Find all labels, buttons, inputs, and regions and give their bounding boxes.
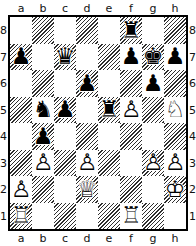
- square-e7: [98, 44, 120, 71]
- square-f6: [120, 70, 142, 97]
- chess-board: ♜♟♛♟♚♟♟♟♞♟♜♟♙♞♘♟♟♙♟♙♟♙♟♙♟♙♛♕♚♔♜♖♜♖: [8, 17, 188, 229]
- square-g8: [142, 17, 164, 44]
- black-king-g7: ♚: [142, 44, 164, 71]
- square-d1: [76, 203, 98, 230]
- square-b5: ♞: [32, 97, 54, 124]
- rank-label-3: 3: [0, 150, 8, 177]
- square-c4: [54, 123, 76, 150]
- square-b6: [32, 70, 54, 97]
- file-labels-bottom: a b c d e f g h: [10, 232, 186, 246]
- square-d2: ♛♕: [76, 176, 98, 203]
- square-f2: [120, 176, 142, 203]
- black-pawn-d6: ♟: [76, 70, 98, 97]
- square-h4: [164, 123, 186, 150]
- file-label-a: a: [10, 232, 32, 245]
- square-h6: [164, 70, 186, 97]
- rank-label-2: 2: [0, 177, 8, 204]
- black-pawn-f7: ♟: [120, 44, 142, 71]
- white-pawn-g3: ♟♙: [142, 150, 164, 177]
- rank-label-6: 6: [0, 71, 8, 98]
- square-a7: ♟: [10, 44, 32, 71]
- square-d7: [76, 44, 98, 71]
- square-d4: [76, 123, 98, 150]
- rank-label-8: 8: [188, 18, 196, 45]
- rank-label-8: 8: [0, 18, 8, 45]
- square-g3: ♟♙: [142, 150, 164, 177]
- black-pawn-b4: ♟: [32, 123, 54, 150]
- white-pawn-b3: ♟♙: [32, 150, 54, 177]
- file-label-g: g: [142, 2, 164, 15]
- square-b7: [32, 44, 54, 71]
- file-label-c: c: [54, 2, 76, 15]
- square-e6: [98, 70, 120, 97]
- square-g6: ♟: [142, 70, 164, 97]
- black-pawn-c5: ♟: [54, 97, 76, 124]
- black-rook-e5: ♜: [98, 97, 120, 124]
- file-label-b: b: [32, 2, 54, 15]
- file-label-d: d: [76, 232, 98, 245]
- rank-labels-left: 8 7 6 5 4 3 2 1: [0, 15, 8, 232]
- file-label-g: g: [142, 232, 164, 245]
- file-label-d: d: [76, 2, 98, 15]
- square-g1: [142, 203, 164, 230]
- square-c3: [54, 150, 76, 177]
- square-g7: ♚: [142, 44, 164, 71]
- file-label-b: b: [32, 232, 54, 245]
- square-a5: [10, 97, 32, 124]
- chess-diagram: a b c d e f g h 8 7 6 5 4 3 2 1 ♜♟♛♟♚♟♟♟…: [0, 0, 196, 246]
- rank-label-5: 5: [188, 97, 196, 124]
- rank-label-1: 1: [188, 203, 196, 230]
- white-knight-h5: ♞♘: [164, 97, 186, 124]
- white-pawn-a2: ♟♙: [10, 176, 32, 203]
- rank-label-7: 7: [0, 44, 8, 71]
- square-c8: [54, 17, 76, 44]
- square-h1: [164, 203, 186, 230]
- file-label-h: h: [164, 2, 186, 15]
- white-queen-d2: ♛♕: [76, 176, 98, 203]
- square-a3: [10, 150, 32, 177]
- square-e3: [98, 150, 120, 177]
- square-f5: ♟♙: [120, 97, 142, 124]
- square-a1: ♜♖: [10, 203, 32, 230]
- square-e1: [98, 203, 120, 230]
- square-h5: ♞♘: [164, 97, 186, 124]
- rank-label-5: 5: [0, 97, 8, 124]
- black-queen-c7: ♛: [54, 44, 76, 71]
- square-e4: [98, 123, 120, 150]
- black-rook-f8: ♜: [120, 17, 142, 44]
- square-c5: ♟: [54, 97, 76, 124]
- square-g4: [142, 123, 164, 150]
- square-c6: [54, 70, 76, 97]
- rank-label-4: 4: [188, 124, 196, 151]
- file-label-h: h: [164, 232, 186, 245]
- rank-label-1: 1: [0, 203, 8, 230]
- square-b8: [32, 17, 54, 44]
- square-d5: [76, 97, 98, 124]
- file-labels-top: a b c d e f g h: [10, 0, 186, 15]
- square-b2: [32, 176, 54, 203]
- square-g2: [142, 176, 164, 203]
- square-f7: ♟: [120, 44, 142, 71]
- square-h3: ♟♙: [164, 150, 186, 177]
- square-d3: ♟♙: [76, 150, 98, 177]
- rank-label-3: 3: [188, 150, 196, 177]
- file-label-e: e: [98, 2, 120, 15]
- rank-labels-right: 8 7 6 5 4 3 2 1: [188, 15, 196, 232]
- square-f3: [120, 150, 142, 177]
- square-c1: [54, 203, 76, 230]
- square-b3: ♟♙: [32, 150, 54, 177]
- square-f8: ♜: [120, 17, 142, 44]
- black-pawn-g6: ♟: [142, 70, 164, 97]
- square-a4: [10, 123, 32, 150]
- square-h2: ♚♔: [164, 176, 186, 203]
- black-pawn-a7: ♟: [10, 44, 32, 71]
- white-pawn-d3: ♟♙: [76, 150, 98, 177]
- square-b4: ♟: [32, 123, 54, 150]
- board-frame: ♜♟♛♟♚♟♟♟♞♟♜♟♙♞♘♟♟♙♟♙♟♙♟♙♟♙♛♕♚♔♜♖♜♖: [8, 15, 188, 231]
- rank-label-2: 2: [188, 177, 196, 204]
- square-f4: [120, 123, 142, 150]
- rank-label-4: 4: [0, 124, 8, 151]
- square-e5: ♜: [98, 97, 120, 124]
- file-label-f: f: [120, 2, 142, 15]
- square-b1: [32, 203, 54, 230]
- rank-label-7: 7: [188, 44, 196, 71]
- rank-label-6: 6: [188, 71, 196, 98]
- file-label-c: c: [54, 232, 76, 245]
- square-h7: ♟: [164, 44, 186, 71]
- square-h8: [164, 17, 186, 44]
- white-rook-f1: ♜♖: [120, 203, 142, 230]
- white-king-h2: ♚♔: [164, 176, 186, 203]
- file-label-a: a: [10, 2, 32, 15]
- white-rook-a1: ♜♖: [10, 203, 32, 230]
- file-label-f: f: [120, 232, 142, 245]
- square-g5: [142, 97, 164, 124]
- white-pawn-f5: ♟♙: [120, 97, 142, 124]
- square-c7: ♛: [54, 44, 76, 71]
- square-e8: [98, 17, 120, 44]
- square-a6: [10, 70, 32, 97]
- file-label-e: e: [98, 232, 120, 245]
- square-a2: ♟♙: [10, 176, 32, 203]
- black-pawn-h7: ♟: [164, 44, 186, 71]
- square-f1: ♜♖: [120, 203, 142, 230]
- white-pawn-h3: ♟♙: [164, 150, 186, 177]
- black-knight-b5: ♞: [32, 97, 54, 124]
- square-c2: [54, 176, 76, 203]
- square-d6: ♟: [76, 70, 98, 97]
- square-a8: [10, 17, 32, 44]
- square-e2: [98, 176, 120, 203]
- square-d8: [76, 17, 98, 44]
